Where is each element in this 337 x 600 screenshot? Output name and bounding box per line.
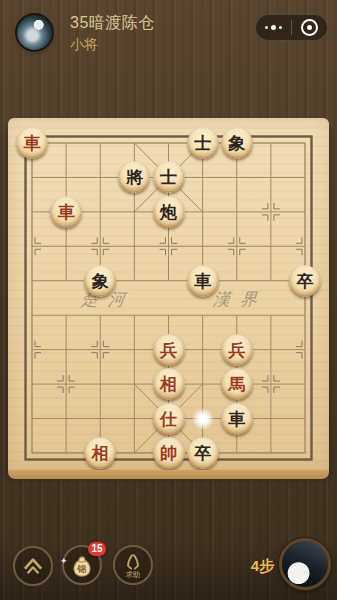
piece-red-general[interactable]: 帥 — [153, 437, 184, 468]
miniprogram-capsule — [255, 14, 328, 41]
xiangqi-app: { "game": "xiangqi", "header": { "title"… — [0, 0, 337, 600]
piece-black-chariot[interactable]: 車 — [221, 403, 252, 434]
piece-black-cannon[interactable]: 炮 — [153, 196, 184, 227]
piece-black-soldier[interactable]: 卒 — [187, 437, 218, 468]
piece-red-soldier[interactable]: 兵 — [221, 334, 252, 365]
player-avatar[interactable] — [15, 13, 54, 52]
piece-red-soldier[interactable]: 兵 — [153, 334, 184, 365]
hint-bag-button[interactable]: 锦 ✦ 15 — [62, 545, 102, 585]
more-dots-icon — [265, 25, 282, 30]
last-move-highlight — [192, 408, 214, 430]
svg-text:求助: 求助 — [126, 570, 140, 579]
piece-black-general[interactable]: 將 — [119, 162, 150, 193]
xiangqi-board[interactable]: 楚河 漢界 車士象將士車炮象車卒兵兵相馬仕車相帥卒 — [8, 118, 329, 470]
piece-red-advisor[interactable]: 仕 — [153, 403, 184, 434]
more-button[interactable] — [256, 15, 291, 40]
piece-red-elephant[interactable]: 相 — [153, 369, 184, 400]
svg-text:锦: 锦 — [77, 564, 87, 574]
level-title: 35暗渡陈仓 — [70, 13, 155, 34]
piece-black-advisor[interactable]: 士 — [187, 128, 218, 159]
rank-label: 小将 — [70, 36, 98, 54]
piece-red-horse[interactable]: 馬 — [221, 369, 252, 400]
hint-count-badge: 15 — [88, 542, 106, 556]
piece-red-elephant[interactable]: 相 — [85, 437, 116, 468]
bottom-bar: 锦 ✦ 15 求助 4步 — [0, 538, 337, 600]
piece-red-chariot[interactable]: 車 — [17, 128, 48, 159]
steps-counter: 4步 — [251, 557, 274, 576]
piece-black-elephant[interactable]: 象 — [221, 128, 252, 159]
ask-help-button[interactable]: 求助 — [113, 545, 153, 585]
close-circle-icon — [301, 19, 318, 36]
praying-hands-icon: 求助 — [115, 545, 151, 585]
close-button[interactable] — [292, 15, 327, 40]
piece-black-elephant[interactable]: 象 — [85, 265, 116, 296]
piece-black-advisor[interactable]: 士 — [153, 162, 184, 193]
expand-menu-button[interactable] — [13, 546, 53, 586]
piece-black-soldier[interactable]: 卒 — [290, 265, 321, 296]
piece-red-chariot[interactable]: 車 — [51, 196, 82, 227]
piece-black-chariot[interactable]: 車 — [187, 265, 218, 296]
opponent-avatar[interactable] — [279, 538, 331, 590]
sparkle-icon: ✦ — [60, 556, 68, 566]
chevron-up-icon — [15, 546, 51, 586]
